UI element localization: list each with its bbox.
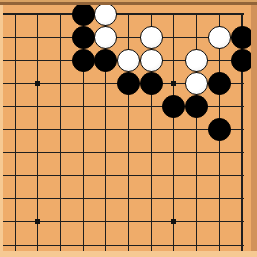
grid-v-line-Q	[173, 13, 174, 251]
star-point-Q16	[171, 81, 176, 86]
stone-white-N19	[94, 3, 117, 26]
stone-black-R15	[185, 95, 208, 118]
stone-white-R16	[185, 72, 208, 95]
stone-white-S18	[208, 26, 231, 49]
grid-h-line-13	[3, 152, 244, 153]
star-point-K10	[35, 219, 40, 224]
grid-v-line-J	[15, 13, 16, 251]
stone-black-Q15	[162, 95, 185, 118]
grid-h-line-11	[3, 198, 244, 199]
stone-black-M17	[72, 49, 95, 72]
board-edge-top-line	[0, 2, 257, 5]
stone-white-P17	[140, 49, 163, 72]
grid-h-line-19	[3, 13, 244, 15]
stone-white-O17	[117, 49, 140, 72]
stone-black-O16	[117, 72, 140, 95]
grid-v-line-L	[60, 13, 61, 251]
stone-black-M19	[72, 3, 95, 26]
stone-black-N17	[94, 49, 117, 72]
grid-h-line-12	[3, 175, 244, 176]
star-point-K16	[35, 81, 40, 86]
go-board[interactable]	[0, 0, 257, 257]
board-edge-right-shadow	[251, 4, 257, 257]
stone-white-N18	[94, 26, 117, 49]
stone-white-P18	[140, 26, 163, 49]
stone-black-M18	[72, 26, 95, 49]
grid-v-line-K	[37, 13, 38, 251]
board-edge-left-highlight	[0, 4, 3, 257]
stone-black-P16	[140, 72, 163, 95]
star-point-Q10	[171, 219, 176, 224]
stone-white-R17	[185, 49, 208, 72]
board-edge-bottom-highlight	[0, 251, 257, 257]
stone-black-S14	[208, 118, 231, 141]
grid-h-line-9	[3, 245, 244, 246]
stone-black-S16	[208, 72, 231, 95]
